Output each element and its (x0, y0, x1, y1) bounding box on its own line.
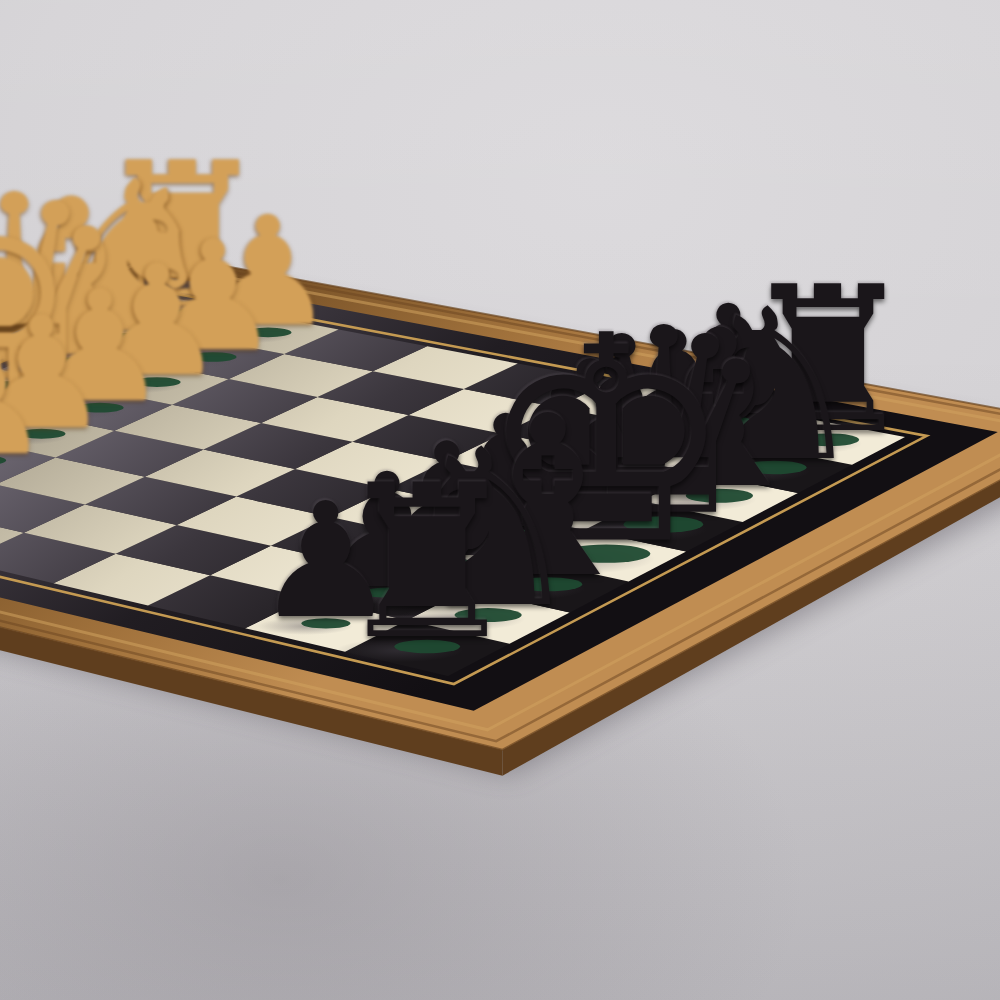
piece-black-rook-h8[interactable]: ♜ (332, 457, 522, 669)
photo-stage: Luxury chess set in the standard startin… (0, 0, 1000, 1000)
piece-white-pawn-f2[interactable]: ♟ (0, 321, 52, 477)
